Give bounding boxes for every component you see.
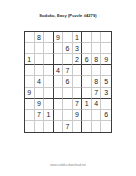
sudoku-cell-r1c8: [92, 32, 102, 43]
sudoku-cell-r6c9: 3: [101, 88, 111, 99]
sudoku-cell-r2c9: [101, 43, 111, 54]
sudoku-cell-r9c6: [73, 121, 83, 132]
sudoku-cell-r3c8: 8: [92, 54, 102, 65]
sudoku-cell-r9c4: [54, 121, 64, 132]
sudoku-cell-r3c7: 6: [82, 54, 92, 65]
sudoku-cell-r9c8: [92, 121, 102, 132]
sudoku-cell-r5c7: [82, 76, 92, 87]
sudoku-cell-r2c1: [25, 43, 35, 54]
sudoku-cell-r2c5: 6: [63, 43, 73, 54]
sudoku-cell-r7c6: 7: [73, 99, 83, 110]
sudoku-cell-r5c6: [73, 76, 83, 87]
sudoku-cell-r6c2: [35, 88, 45, 99]
sudoku-cell-r7c2: 9: [35, 99, 45, 110]
sudoku-cell-r4c2: [35, 65, 45, 76]
sudoku-cell-r6c7: [82, 88, 92, 99]
sudoku-cell-r5c2: 4: [35, 76, 45, 87]
sudoku-cell-r3c2: [35, 54, 45, 65]
sudoku-cell-r7c8: 4: [92, 99, 102, 110]
sudoku-cell-r4c3: [44, 65, 54, 76]
sudoku-cell-r3c9: 9: [101, 54, 111, 65]
puzzle-title: Sudoku, Easy (Puzzle #4279): [0, 13, 136, 18]
sudoku-cell-r7c7: 1: [82, 99, 92, 110]
sudoku-cell-r7c5: [63, 99, 73, 110]
sudoku-cell-r4c9: [101, 65, 111, 76]
sudoku-cell-r8c5: [63, 110, 73, 121]
sudoku-cell-r5c4: [54, 76, 64, 87]
sudoku-cell-r7c9: [101, 99, 111, 110]
sudoku-cell-r4c8: [92, 65, 102, 76]
sudoku-cell-r2c3: [44, 43, 54, 54]
sudoku-cell-r3c4: [54, 54, 64, 65]
sudoku-cell-r9c5: 7: [63, 121, 73, 132]
footer-url: www.sudoku-download.net: [0, 163, 136, 167]
sudoku-page: Sudoku, Easy (Puzzle #4279) 891631268947…: [0, 0, 136, 176]
sudoku-cell-r6c1: 9: [25, 88, 35, 99]
sudoku-cell-r1c6: 1: [73, 32, 83, 43]
sudoku-cell-r1c5: [63, 32, 73, 43]
sudoku-cell-r1c1: [25, 32, 35, 43]
sudoku-cell-r9c7: [82, 121, 92, 132]
sudoku-grid: 8916312689474685973971471967: [24, 31, 112, 133]
sudoku-cell-r4c1: [25, 65, 35, 76]
sudoku-cell-r8c2: 7: [35, 110, 45, 121]
sudoku-cell-r9c3: [44, 121, 54, 132]
sudoku-cell-r4c6: [73, 65, 83, 76]
sudoku-cell-r6c8: 7: [92, 88, 102, 99]
sudoku-cell-r4c5: 7: [63, 65, 73, 76]
sudoku-cell-r1c4: 9: [54, 32, 64, 43]
sudoku-cell-r6c5: [63, 88, 73, 99]
sudoku-cell-r8c7: [82, 110, 92, 121]
sudoku-cell-r3c5: [63, 54, 73, 65]
sudoku-cell-r7c1: [25, 99, 35, 110]
sudoku-cell-r9c1: [25, 121, 35, 132]
sudoku-cell-r6c4: [54, 88, 64, 99]
sudoku-cell-r6c3: [44, 88, 54, 99]
sudoku-cell-r3c3: [44, 54, 54, 65]
sudoku-cell-r7c4: [54, 99, 64, 110]
sudoku-cell-r2c6: 3: [73, 43, 83, 54]
sudoku-cell-r8c9: 6: [101, 110, 111, 121]
sudoku-cell-r6c6: [73, 88, 83, 99]
sudoku-cell-r5c5: 6: [63, 76, 73, 87]
sudoku-cell-r5c9: 5: [101, 76, 111, 87]
sudoku-cell-r5c8: 8: [92, 76, 102, 87]
sudoku-cell-r2c8: [92, 43, 102, 54]
sudoku-cell-r8c8: [92, 110, 102, 121]
sudoku-cell-r1c2: 8: [35, 32, 45, 43]
sudoku-cell-r8c4: [54, 110, 64, 121]
sudoku-cell-r2c2: [35, 43, 45, 54]
sudoku-cell-r4c4: 4: [54, 65, 64, 76]
sudoku-cell-r5c3: [44, 76, 54, 87]
sudoku-cell-r8c3: 1: [44, 110, 54, 121]
sudoku-cell-r2c4: [54, 43, 64, 54]
sudoku-cell-r9c2: [35, 121, 45, 132]
sudoku-cell-r1c3: [44, 32, 54, 43]
sudoku-cell-r8c6: 9: [73, 110, 83, 121]
sudoku-cell-r5c1: [25, 76, 35, 87]
sudoku-cell-r7c3: [44, 99, 54, 110]
sudoku-cell-r3c1: 1: [25, 54, 35, 65]
sudoku-cell-r4c7: [82, 65, 92, 76]
sudoku-cell-r3c6: 2: [73, 54, 83, 65]
sudoku-cell-r1c9: [101, 32, 111, 43]
sudoku-cell-r8c1: [25, 110, 35, 121]
sudoku-cell-r1c7: [82, 32, 92, 43]
sudoku-cell-r2c7: [82, 43, 92, 54]
